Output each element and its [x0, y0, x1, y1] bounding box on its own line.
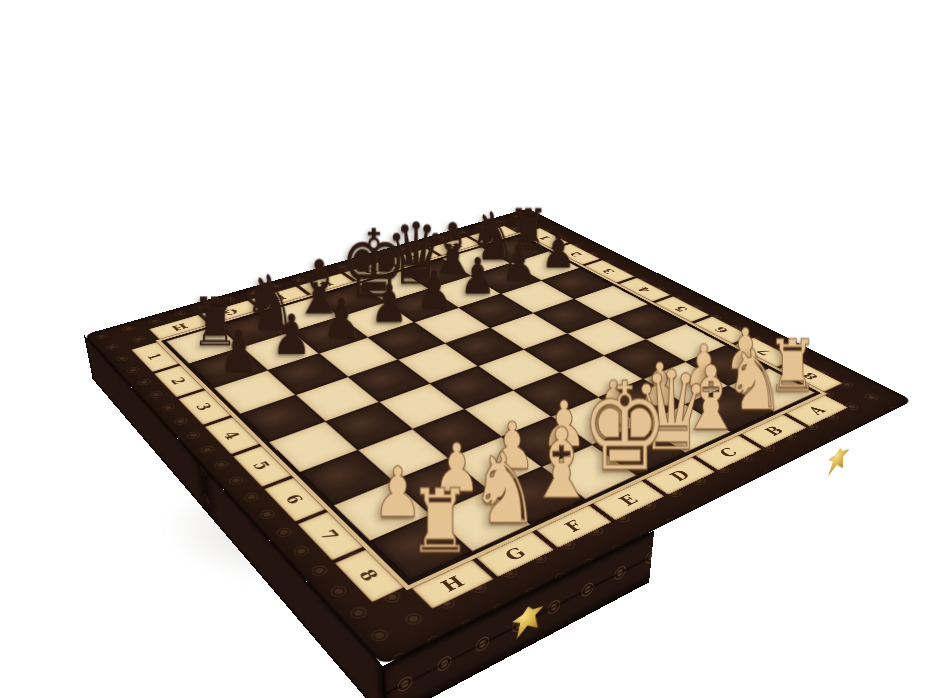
product-photo-stage: HGFEDCBA HGFEDCBA 12345678 12345678 ♜♞♝♚…: [0, 0, 930, 698]
square-d4: [445, 328, 524, 366]
square-f3: [319, 337, 398, 376]
square-b4: [533, 299, 609, 334]
brass-clasp: [825, 442, 851, 477]
coordinate-label-A: A: [785, 395, 848, 426]
brass-clasp: [512, 599, 544, 642]
square-a8: ♜: [728, 368, 815, 411]
